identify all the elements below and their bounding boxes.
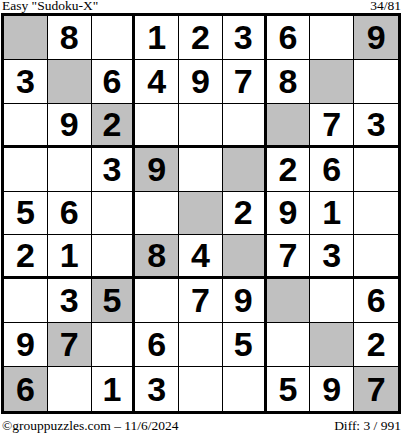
cell-r9c5 [179, 367, 223, 411]
cell-r5c2: 6 [48, 192, 92, 236]
cell-r5c5 [179, 192, 223, 236]
cell-r9c6 [223, 367, 267, 411]
cell-r9c4: 3 [135, 367, 179, 411]
cell-r3c1 [4, 104, 48, 148]
cell-r7c9: 6 [354, 279, 398, 323]
cell-r6c9 [354, 235, 398, 279]
cell-r4c3: 3 [92, 148, 136, 192]
cell-r7c1 [4, 279, 48, 323]
cell-r4c9 [354, 148, 398, 192]
cell-r1c4: 1 [135, 16, 179, 60]
cell-r1c7: 6 [267, 16, 311, 60]
difficulty-rating: Diff: 3 / 991 [334, 419, 401, 433]
cell-r6c8: 3 [310, 235, 354, 279]
cell-r7c6: 9 [223, 279, 267, 323]
cell-r3c7 [267, 104, 311, 148]
cell-r4c4: 9 [135, 148, 179, 192]
cell-r4c7: 2 [267, 148, 311, 192]
cell-r8c3 [92, 323, 136, 367]
cell-r3c3: 2 [92, 104, 136, 148]
cell-r4c1 [4, 148, 48, 192]
cell-r4c8: 6 [310, 148, 354, 192]
cell-r8c5 [179, 323, 223, 367]
cell-r3c5 [179, 104, 223, 148]
cell-r7c4 [135, 279, 179, 323]
cell-r7c8 [310, 279, 354, 323]
cell-r3c2: 9 [48, 104, 92, 148]
cell-r8c2: 7 [48, 323, 92, 367]
cell-r5c9 [354, 192, 398, 236]
cell-r4c2 [48, 148, 92, 192]
cell-r6c1: 2 [4, 235, 48, 279]
cell-r8c6: 5 [223, 323, 267, 367]
cell-r5c4 [135, 192, 179, 236]
cell-r1c2: 8 [48, 16, 92, 60]
cell-r3c4 [135, 104, 179, 148]
cell-r1c3 [92, 16, 136, 60]
cell-r9c7: 5 [267, 367, 311, 411]
cell-r1c1 [4, 16, 48, 60]
cell-r3c6 [223, 104, 267, 148]
cell-r7c5: 7 [179, 279, 223, 323]
cell-r2c2 [48, 60, 92, 104]
cell-r1c9: 9 [354, 16, 398, 60]
cell-r5c3 [92, 192, 136, 236]
cell-r8c7 [267, 323, 311, 367]
cell-r3c8: 7 [310, 104, 354, 148]
cell-r7c2: 3 [48, 279, 92, 323]
cell-r7c3: 5 [92, 279, 136, 323]
cell-r2c4: 4 [135, 60, 179, 104]
cell-r2c5: 9 [179, 60, 223, 104]
cell-r6c6 [223, 235, 267, 279]
cell-r8c1: 9 [4, 323, 48, 367]
header: Easy "Sudoku-X" 34/81 [0, 0, 402, 13]
cells-remaining-counter: 34/81 [370, 0, 401, 12]
cell-r9c2 [48, 367, 92, 411]
cell-r5c7: 9 [267, 192, 311, 236]
cell-r2c8 [310, 60, 354, 104]
cell-r2c6: 7 [223, 60, 267, 104]
cell-r2c3: 6 [92, 60, 136, 104]
cell-r1c6: 3 [223, 16, 267, 60]
cell-r1c8 [310, 16, 354, 60]
cell-r6c2: 1 [48, 235, 92, 279]
cell-r4c5 [179, 148, 223, 192]
cell-r9c3: 1 [92, 367, 136, 411]
cell-r3c9: 3 [354, 104, 398, 148]
footer: ©grouppuzzles.com – 11/6/2024 Diff: 3 / … [0, 419, 402, 433]
sudoku-board: 8123693649789273392656291218473357969765… [1, 13, 401, 414]
cell-r2c1: 3 [4, 60, 48, 104]
cell-r1c5: 2 [179, 16, 223, 60]
cell-r8c4: 6 [135, 323, 179, 367]
cell-r8c9: 2 [354, 323, 398, 367]
cell-r6c4: 8 [135, 235, 179, 279]
cell-r9c1: 6 [4, 367, 48, 411]
cell-r6c7: 7 [267, 235, 311, 279]
cell-r4c6 [223, 148, 267, 192]
cell-r6c3 [92, 235, 136, 279]
cell-r2c7: 8 [267, 60, 311, 104]
cell-r5c1: 5 [4, 192, 48, 236]
cell-r8c8 [310, 323, 354, 367]
cell-r9c8: 9 [310, 367, 354, 411]
copyright-date: ©grouppuzzles.com – 11/6/2024 [2, 419, 179, 433]
cell-r9c9: 7 [354, 367, 398, 411]
cell-r2c9 [354, 60, 398, 104]
cell-r6c5: 4 [179, 235, 223, 279]
cell-r5c6: 2 [223, 192, 267, 236]
cell-r5c8: 1 [310, 192, 354, 236]
puzzle-title: Easy "Sudoku-X" [2, 0, 98, 12]
cell-r7c7 [267, 279, 311, 323]
